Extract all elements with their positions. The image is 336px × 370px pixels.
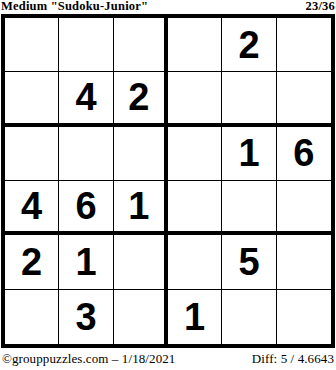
cell-r4c4[interactable] xyxy=(168,181,222,235)
cell-r5c4[interactable] xyxy=(168,235,222,289)
cell-r1c3[interactable] xyxy=(114,18,168,72)
puzzle-page: Medium "Sudoku-Junior" 23/36 24216461215… xyxy=(0,0,336,370)
sudoku-grid: 2421646121531 xyxy=(1,14,335,348)
cell-r3c1[interactable] xyxy=(5,127,59,181)
cell-r5c3[interactable] xyxy=(114,235,168,289)
footer: ©grouppuzzles.com – 1/18/2021 Diff: 5 / … xyxy=(0,350,336,370)
cell-r2c4[interactable] xyxy=(168,72,222,126)
cell-r5c1[interactable]: 2 xyxy=(5,235,59,289)
cell-r1c4[interactable] xyxy=(168,18,222,72)
cell-r3c2[interactable] xyxy=(59,127,113,181)
cell-r1c6[interactable] xyxy=(277,18,331,72)
copyright-text: ©grouppuzzles.com – 1/18/2021 xyxy=(2,351,175,367)
cell-r2c1[interactable] xyxy=(5,72,59,126)
cell-r6c1[interactable] xyxy=(5,290,59,344)
cell-r1c1[interactable] xyxy=(5,18,59,72)
cell-r6c3[interactable] xyxy=(114,290,168,344)
cell-r4c3[interactable]: 1 xyxy=(114,181,168,235)
cell-r6c4[interactable]: 1 xyxy=(168,290,222,344)
cell-r2c2[interactable]: 4 xyxy=(59,72,113,126)
cell-r4c5[interactable] xyxy=(222,181,276,235)
cell-r3c5[interactable]: 1 xyxy=(222,127,276,181)
cell-r5c6[interactable] xyxy=(277,235,331,289)
puzzle-counter: 23/36 xyxy=(306,0,335,13)
cell-r2c6[interactable] xyxy=(277,72,331,126)
cell-r1c2[interactable] xyxy=(59,18,113,72)
cell-r3c4[interactable] xyxy=(168,127,222,181)
cell-r4c2[interactable]: 6 xyxy=(59,181,113,235)
cell-r2c5[interactable] xyxy=(222,72,276,126)
cell-r2c3[interactable]: 2 xyxy=(114,72,168,126)
cell-r5c2[interactable]: 1 xyxy=(59,235,113,289)
puzzle-title: Medium "Sudoku-Junior" xyxy=(1,0,148,13)
cell-r1c5[interactable]: 2 xyxy=(222,18,276,72)
cell-r4c6[interactable] xyxy=(277,181,331,235)
cell-r6c5[interactable] xyxy=(222,290,276,344)
difficulty-text: Diff: 5 / 4.6643 xyxy=(252,351,334,367)
cell-r5c5[interactable]: 5 xyxy=(222,235,276,289)
cell-r6c6[interactable] xyxy=(277,290,331,344)
header: Medium "Sudoku-Junior" 23/36 xyxy=(0,0,336,14)
cell-r3c6[interactable]: 6 xyxy=(277,127,331,181)
cell-r4c1[interactable]: 4 xyxy=(5,181,59,235)
cell-r3c3[interactable] xyxy=(114,127,168,181)
cell-r6c2[interactable]: 3 xyxy=(59,290,113,344)
